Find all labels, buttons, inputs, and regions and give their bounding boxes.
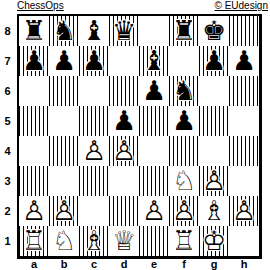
square-e4	[139, 136, 169, 166]
square-f2: ♟♙	[169, 196, 199, 226]
piece-white-pawn: ♟♙	[19, 196, 49, 226]
square-b6	[49, 76, 79, 106]
piece-black-knight: ♞	[169, 76, 199, 106]
square-b2: ♟♙	[49, 196, 79, 226]
piece-white-pawn: ♟♙	[109, 136, 139, 166]
piece-black-pawn: ♟	[79, 46, 109, 76]
rank-label-5: 5	[0, 106, 15, 136]
rank-label-1: 1	[0, 226, 15, 256]
square-f1: ♜♖	[169, 226, 199, 256]
piece-white-queen: ♛♕	[109, 226, 139, 256]
square-b7: ♟	[49, 46, 79, 76]
piece-white-pawn: ♟♙	[139, 196, 169, 226]
file-label-e: e	[139, 258, 169, 270]
square-a3	[19, 166, 49, 196]
black-bishop-icon: ♝	[139, 46, 169, 76]
rank-labels: 87654321	[0, 16, 15, 256]
white-pawn-icon: ♙	[199, 166, 229, 196]
piece-white-rook: ♜♖	[169, 226, 199, 256]
chess-board-frame: ♜♞♝♛♜♚♟♟♟♝♟♟♟♞♟♟♟♙♟♙♞♘♟♙♟♙♟♙♟♙♟♙♝♗♟♙♜♖♞♘…	[17, 14, 262, 259]
piece-black-pawn: ♟	[49, 46, 79, 76]
white-rook-icon: ♖	[169, 226, 199, 256]
piece-black-knight: ♞	[49, 16, 79, 46]
white-pawn-icon: ♙	[139, 196, 169, 226]
white-rook-icon: ♖	[19, 226, 49, 256]
square-d5: ♟	[109, 106, 139, 136]
square-c2	[79, 196, 109, 226]
piece-black-pawn: ♟	[229, 46, 259, 76]
square-c6	[79, 76, 109, 106]
piece-white-king: ♚♔	[199, 226, 229, 256]
rank-label-6: 6	[0, 76, 15, 106]
square-g4	[199, 136, 229, 166]
square-d2	[109, 196, 139, 226]
square-d8: ♛	[109, 16, 139, 46]
white-pawn-icon: ♙	[79, 136, 109, 166]
rank-label-8: 8	[0, 16, 15, 46]
piece-white-pawn: ♟♙	[79, 136, 109, 166]
square-c3	[79, 166, 109, 196]
file-label-b: b	[49, 258, 79, 270]
rank-label-2: 2	[0, 196, 15, 226]
piece-white-pawn: ♟♙	[229, 196, 259, 226]
black-knight-icon: ♞	[49, 16, 79, 46]
square-e8	[139, 16, 169, 46]
square-g6	[199, 76, 229, 106]
square-f8: ♜	[169, 16, 199, 46]
square-b5	[49, 106, 79, 136]
square-f7	[169, 46, 199, 76]
piece-white-pawn: ♟♙	[199, 166, 229, 196]
white-pawn-icon: ♙	[169, 196, 199, 226]
white-knight-icon: ♘	[49, 226, 79, 256]
square-a8: ♜	[19, 16, 49, 46]
piece-black-pawn: ♟	[109, 106, 139, 136]
square-h3	[229, 166, 259, 196]
piece-black-bishop: ♝	[79, 16, 109, 46]
white-knight-icon: ♘	[169, 166, 199, 196]
black-knight-icon: ♞	[169, 76, 199, 106]
chessops-home-link[interactable]: ChessOps	[17, 0, 64, 12]
file-label-f: f	[169, 258, 199, 270]
square-g2: ♝♗	[199, 196, 229, 226]
square-c5	[79, 106, 109, 136]
square-e6: ♟	[139, 76, 169, 106]
file-label-g: g	[199, 258, 229, 270]
white-bishop-icon: ♗	[79, 226, 109, 256]
file-labels: abcdefgh	[19, 258, 259, 270]
square-d4: ♟♙	[109, 136, 139, 166]
square-a2: ♟♙	[19, 196, 49, 226]
square-e7: ♝	[139, 46, 169, 76]
square-e5	[139, 106, 169, 136]
black-pawn-icon: ♟	[79, 46, 109, 76]
piece-white-pawn: ♟♙	[169, 196, 199, 226]
square-g8: ♚	[199, 16, 229, 46]
black-pawn-icon: ♟	[229, 46, 259, 76]
square-d1: ♛♕	[109, 226, 139, 256]
black-rook-icon: ♜	[169, 16, 199, 46]
black-bishop-icon: ♝	[79, 16, 109, 46]
square-a7: ♟	[19, 46, 49, 76]
rank-label-4: 4	[0, 136, 15, 166]
white-bishop-icon: ♗	[199, 196, 229, 226]
piece-black-bishop: ♝	[139, 46, 169, 76]
chessops-diagram-page: ChessOps © EUdesign 87654321 ♜♞♝♛♜♚♟♟♟♝♟…	[0, 0, 270, 270]
square-h2: ♟♙	[229, 196, 259, 226]
file-label-d: d	[109, 258, 139, 270]
file-label-c: c	[79, 258, 109, 270]
square-e3	[139, 166, 169, 196]
black-pawn-icon: ♟	[19, 46, 49, 76]
white-pawn-icon: ♙	[229, 196, 259, 226]
piece-black-pawn: ♟	[199, 46, 229, 76]
rank-label-3: 3	[0, 166, 15, 196]
piece-black-rook: ♜	[169, 16, 199, 46]
black-pawn-icon: ♟	[139, 76, 169, 106]
piece-white-bishop: ♝♗	[199, 196, 229, 226]
square-h1	[229, 226, 259, 256]
square-h8	[229, 16, 259, 46]
black-queen-icon: ♛	[109, 16, 139, 46]
eudesign-credit-link[interactable]: © EUdesign	[214, 0, 268, 12]
black-pawn-icon: ♟	[49, 46, 79, 76]
black-pawn-icon: ♟	[199, 46, 229, 76]
square-b4	[49, 136, 79, 166]
rank-label-7: 7	[0, 46, 15, 76]
piece-white-rook: ♜♖	[19, 226, 49, 256]
square-g5	[199, 106, 229, 136]
square-f4	[169, 136, 199, 166]
piece-white-knight: ♞♘	[49, 226, 79, 256]
piece-white-knight: ♞♘	[169, 166, 199, 196]
square-f3: ♞♘	[169, 166, 199, 196]
file-label-h: h	[229, 258, 259, 270]
piece-white-bishop: ♝♗	[79, 226, 109, 256]
square-g7: ♟	[199, 46, 229, 76]
square-a1: ♜♖	[19, 226, 49, 256]
square-d7	[109, 46, 139, 76]
square-c7: ♟	[79, 46, 109, 76]
square-a6	[19, 76, 49, 106]
square-a5	[19, 106, 49, 136]
piece-black-pawn: ♟	[19, 46, 49, 76]
square-b3	[49, 166, 79, 196]
white-pawn-icon: ♙	[109, 136, 139, 166]
square-h4	[229, 136, 259, 166]
square-g1: ♚♔	[199, 226, 229, 256]
black-rook-icon: ♜	[19, 16, 49, 46]
square-f5: ♟	[169, 106, 199, 136]
square-a4	[19, 136, 49, 166]
square-g3: ♟♙	[199, 166, 229, 196]
chess-board: ♜♞♝♛♜♚♟♟♟♝♟♟♟♞♟♟♟♙♟♙♞♘♟♙♟♙♟♙♟♙♟♙♝♗♟♙♜♖♞♘…	[19, 16, 259, 256]
black-pawn-icon: ♟	[109, 106, 139, 136]
piece-black-pawn: ♟	[139, 76, 169, 106]
piece-black-rook: ♜	[19, 16, 49, 46]
piece-black-queen: ♛	[109, 16, 139, 46]
square-f6: ♞	[169, 76, 199, 106]
black-pawn-icon: ♟	[169, 106, 199, 136]
square-e2: ♟♙	[139, 196, 169, 226]
white-queen-icon: ♕	[109, 226, 139, 256]
piece-white-pawn: ♟♙	[49, 196, 79, 226]
square-c4: ♟♙	[79, 136, 109, 166]
square-b8: ♞	[49, 16, 79, 46]
white-pawn-icon: ♙	[19, 196, 49, 226]
file-label-a: a	[19, 258, 49, 270]
square-h5	[229, 106, 259, 136]
white-king-icon: ♔	[199, 226, 229, 256]
square-e1	[139, 226, 169, 256]
piece-black-pawn: ♟	[169, 106, 199, 136]
square-b1: ♞♘	[49, 226, 79, 256]
square-d3	[109, 166, 139, 196]
square-h6	[229, 76, 259, 106]
piece-black-king: ♚	[199, 16, 229, 46]
square-c8: ♝	[79, 16, 109, 46]
square-d6	[109, 76, 139, 106]
black-king-icon: ♚	[199, 16, 229, 46]
square-c1: ♝♗	[79, 226, 109, 256]
square-h7: ♟	[229, 46, 259, 76]
white-pawn-icon: ♙	[49, 196, 79, 226]
